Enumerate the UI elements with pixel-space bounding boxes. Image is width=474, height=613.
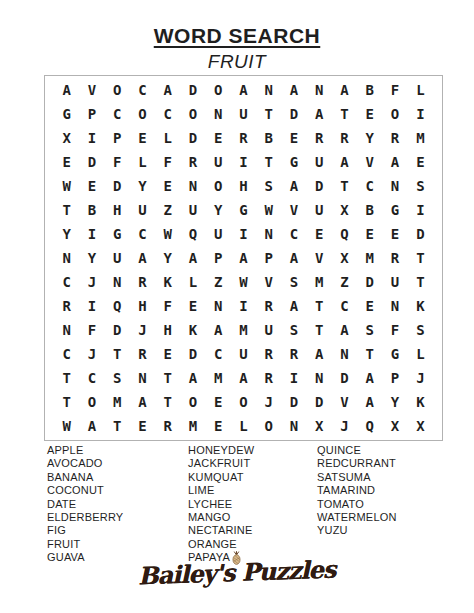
word-list-item: LIME — [188, 484, 254, 497]
grid-cell: D — [408, 222, 433, 246]
grid-cell: A — [332, 318, 357, 342]
word-list-column-2: HONEYDEWJACKFRUITKUMQUATLIMELYCHEEMANGON… — [188, 444, 254, 565]
grid-cell: X — [382, 414, 407, 438]
grid-cell: B — [357, 198, 382, 222]
grid-cell: U — [180, 198, 205, 222]
grid-cell: A — [180, 246, 205, 270]
grid-cell: D — [307, 174, 332, 198]
grid-cell: M — [357, 246, 382, 270]
grid-cell: A — [231, 366, 256, 390]
grid-cell: Q — [357, 414, 382, 438]
grid-cell: N — [307, 366, 332, 390]
grid-cell: J — [79, 270, 104, 294]
grid-cell: Z — [155, 198, 180, 222]
grid-cell: A — [130, 390, 155, 414]
word-list-item: MANGO — [188, 511, 254, 524]
grid-cell: R — [54, 294, 79, 318]
pineapple-icon — [231, 551, 242, 565]
grid-cell: A — [231, 246, 256, 270]
word-list-item: KUMQUAT — [188, 471, 254, 484]
grid-cell: F — [155, 150, 180, 174]
grid-cell: V — [357, 150, 382, 174]
grid-cell: X — [408, 414, 433, 438]
grid-cell: G — [281, 150, 306, 174]
grid-cell: O — [231, 390, 256, 414]
grid-cell: S — [408, 174, 433, 198]
grid-cell: E — [357, 222, 382, 246]
grid-cell: V — [307, 246, 332, 270]
grid-cell: I — [231, 222, 256, 246]
grid-cell: B — [79, 198, 104, 222]
grid-cell: A — [155, 78, 180, 102]
grid-cell: L — [155, 126, 180, 150]
grid-cell: T — [54, 390, 79, 414]
grid-cell: C — [357, 174, 382, 198]
puzzle-theme: FRUIT — [0, 51, 474, 73]
grid-cell: W — [231, 270, 256, 294]
word-list-item: HONEYDEW — [188, 444, 254, 457]
grid-cell: A — [54, 78, 79, 102]
publisher-logo: Bailey's Puzzles — [0, 558, 474, 587]
grid-cell: O — [79, 390, 104, 414]
grid-cell: R — [281, 342, 306, 366]
grid-cell: I — [408, 198, 433, 222]
word-list-item: ELDERBERRY — [47, 511, 123, 524]
grid-cell: N — [382, 174, 407, 198]
grid-cell: W — [54, 414, 79, 438]
grid-cell: X — [54, 126, 79, 150]
grid-cell: N — [332, 342, 357, 366]
grid-cell: M — [180, 414, 205, 438]
grid-cell: O — [180, 390, 205, 414]
word-list-item: COCONUT — [47, 484, 123, 497]
grid-cell: U — [307, 150, 332, 174]
grid-cell: R — [256, 366, 281, 390]
grid-cell: A — [79, 414, 104, 438]
grid-cell: I — [231, 294, 256, 318]
grid-cell: R — [130, 342, 155, 366]
grid-cell: W — [54, 174, 79, 198]
grid-cell: Y — [206, 198, 231, 222]
grid-cell: I — [79, 126, 104, 150]
grid-cell: J — [79, 342, 104, 366]
grid-cell: C — [79, 366, 104, 390]
grid-cell: D — [79, 150, 104, 174]
word-list-item: LYCHEE — [188, 498, 254, 511]
grid-cell: P — [256, 246, 281, 270]
grid-cell: U — [206, 150, 231, 174]
grid-cell: G — [54, 102, 79, 126]
grid-cell: U — [206, 222, 231, 246]
grid-cell: A — [130, 246, 155, 270]
grid-cell: V — [256, 270, 281, 294]
grid-cell: O — [206, 78, 231, 102]
grid-cell: U — [130, 198, 155, 222]
grid-cell: F — [105, 150, 130, 174]
grid-cell: F — [79, 318, 104, 342]
grid-cell: E — [130, 126, 155, 150]
grid-cell: X — [307, 414, 332, 438]
grid-cell: N — [54, 246, 79, 270]
grid-cell: T — [155, 390, 180, 414]
grid-cell: A — [307, 342, 332, 366]
grid-cell: N — [105, 270, 130, 294]
grid-cell: G — [231, 198, 256, 222]
grid-cell: J — [130, 318, 155, 342]
grid-cell: G — [382, 342, 407, 366]
grid-cell: I — [79, 294, 104, 318]
grid-cell: E — [206, 126, 231, 150]
grid-cell: E — [307, 222, 332, 246]
grid-cell: D — [357, 270, 382, 294]
grid-cell: T — [307, 294, 332, 318]
grid-cell: C — [105, 102, 130, 126]
grid-cell: R — [307, 126, 332, 150]
grid-cell: T — [54, 198, 79, 222]
grid-cell: N — [307, 78, 332, 102]
grid-cell: C — [281, 222, 306, 246]
grid-cell: L — [231, 414, 256, 438]
word-list-item: REDCURRANT — [317, 457, 397, 470]
word-list-item: SATSUMA — [317, 471, 397, 484]
grid-cell: S — [105, 366, 130, 390]
grid-cell: M — [408, 126, 433, 150]
word-list-item: JACKFRUIT — [188, 457, 254, 470]
word-list-item: TOMATO — [317, 498, 397, 511]
grid-cell: G — [382, 198, 407, 222]
grid-cell: M — [307, 270, 332, 294]
grid-cell: Y — [357, 126, 382, 150]
grid-cell: R — [382, 126, 407, 150]
grid-cell: Y — [54, 222, 79, 246]
grid-cell: R — [231, 126, 256, 150]
grid-cell: H — [105, 198, 130, 222]
grid-cell: R — [130, 270, 155, 294]
grid-cell: T — [332, 174, 357, 198]
grid-cell: E — [130, 414, 155, 438]
grid-cell: K — [408, 390, 433, 414]
grid-cell: T — [105, 414, 130, 438]
grid-cell: L — [130, 150, 155, 174]
grid-cell: Q — [332, 222, 357, 246]
grid-cell: A — [231, 78, 256, 102]
grid-cell: E — [155, 342, 180, 366]
grid-cell: V — [332, 390, 357, 414]
word-list-item: FRUIT — [47, 538, 123, 551]
grid-cell: E — [180, 294, 205, 318]
word-list-column-1: APPLEAVOCADOBANANACOCONUTDATEELDERBERRYF… — [47, 444, 123, 565]
word-list-item: AVOCADO — [47, 457, 123, 470]
word-search-grid: AVOCADOANANABFLGPCOCONUTDATEOIXIPELDERBE… — [44, 75, 443, 441]
grid-cell: E — [357, 294, 382, 318]
grid-cell: T — [408, 246, 433, 270]
grid-cell: T — [357, 342, 382, 366]
grid-cell: K — [408, 294, 433, 318]
grid-cell: E — [79, 174, 104, 198]
grid-cell: T — [307, 318, 332, 342]
grid-cell: A — [180, 366, 205, 390]
grid-cell: I — [408, 102, 433, 126]
grid-cell: R — [332, 126, 357, 150]
grid-cell: C — [130, 78, 155, 102]
grid-cell: R — [256, 342, 281, 366]
grid-cell: N — [256, 222, 281, 246]
page-title: WORD SEARCH — [0, 24, 474, 48]
grid-cell: Z — [332, 270, 357, 294]
grid-cell: T — [256, 102, 281, 126]
grid-cell: P — [105, 126, 130, 150]
grid-cell: K — [155, 270, 180, 294]
grid-cell: U — [382, 270, 407, 294]
grid-cell: U — [231, 342, 256, 366]
grid-cell: E — [206, 414, 231, 438]
grid-cell: A — [332, 78, 357, 102]
grid-cell: M — [105, 390, 130, 414]
grid-cell: T — [256, 150, 281, 174]
grid-cell: T — [408, 270, 433, 294]
word-list-item: QUINCE — [317, 444, 397, 457]
grid-cell: A — [332, 150, 357, 174]
grid-cell: C — [54, 342, 79, 366]
grid-cell: D — [281, 390, 306, 414]
grid-cell: E — [155, 174, 180, 198]
grid-cell: C — [206, 342, 231, 366]
grid-cell: Q — [180, 222, 205, 246]
grid-cell: Y — [130, 174, 155, 198]
grid-cell: M — [206, 366, 231, 390]
grid-cell: V — [79, 78, 104, 102]
grid-cell: T — [105, 342, 130, 366]
grid-cell: W — [256, 198, 281, 222]
grid-cell: P — [382, 366, 407, 390]
word-list-item: TAMARIND — [317, 484, 397, 497]
grid-cell: B — [357, 78, 382, 102]
grid-cell: H — [130, 294, 155, 318]
grid-cell: N — [281, 414, 306, 438]
grid-cell: D — [105, 174, 130, 198]
word-list-item: DATE — [47, 498, 123, 511]
grid-cell: U — [256, 318, 281, 342]
grid-cell: S — [281, 270, 306, 294]
grid-cell: Q — [105, 294, 130, 318]
grid-cell: S — [357, 318, 382, 342]
grid-cell: H — [155, 318, 180, 342]
grid-cell: R — [180, 150, 205, 174]
grid-cell: C — [155, 102, 180, 126]
grid-cell: O — [382, 102, 407, 126]
grid-cell: L — [408, 342, 433, 366]
grid-cell: E — [206, 390, 231, 414]
grid-cell: T — [54, 366, 79, 390]
grid-cell: N — [130, 366, 155, 390]
grid-cell: C — [130, 222, 155, 246]
grid-cell: R — [155, 414, 180, 438]
grid-cell: D — [180, 78, 205, 102]
grid-cell: J — [256, 390, 281, 414]
grid-cell: C — [332, 294, 357, 318]
grid-cell: Z — [206, 270, 231, 294]
grid-cell: P — [206, 246, 231, 270]
grid-cell: E — [54, 150, 79, 174]
grid-cell: B — [256, 126, 281, 150]
grid-cell: A — [357, 366, 382, 390]
grid-cell: E — [408, 150, 433, 174]
word-list-item: APPLE — [47, 444, 123, 457]
grid-cell: D — [105, 318, 130, 342]
word-list-column-3: QUINCEREDCURRANTSATSUMATAMARINDTOMATOWAT… — [317, 444, 397, 538]
grid-cell: A — [206, 318, 231, 342]
grid-cell: L — [180, 270, 205, 294]
grid-cell: A — [307, 102, 332, 126]
grid-cell: W — [155, 222, 180, 246]
grid-cell: K — [180, 318, 205, 342]
grid-cell: P — [79, 102, 104, 126]
grid-cell: E — [382, 222, 407, 246]
grid-cell: F — [382, 78, 407, 102]
grid-cell: H — [231, 174, 256, 198]
grid-cell: M — [231, 318, 256, 342]
grid-cell: X — [332, 198, 357, 222]
grid-cell: U — [231, 102, 256, 126]
grid-cell: G — [105, 222, 130, 246]
grid-cell: I — [281, 366, 306, 390]
grid-cell: D — [180, 342, 205, 366]
grid-cell: E — [281, 126, 306, 150]
grid-cell: T — [155, 366, 180, 390]
grid-cell: N — [256, 78, 281, 102]
word-list-item: BANANA — [47, 471, 123, 484]
grid-cell: A — [281, 294, 306, 318]
grid-cell: O — [256, 414, 281, 438]
grid-cell: I — [79, 222, 104, 246]
grid-cell: O — [130, 102, 155, 126]
grid-cell: N — [382, 294, 407, 318]
grid-cell: C — [54, 270, 79, 294]
grid-cell: D — [180, 126, 205, 150]
grid-cell: F — [382, 318, 407, 342]
grid-cell: S — [408, 318, 433, 342]
grid-cell: Y — [382, 390, 407, 414]
grid-cell: N — [206, 294, 231, 318]
grid-cell: O — [206, 174, 231, 198]
grid-cell: E — [357, 102, 382, 126]
grid-cell: L — [408, 78, 433, 102]
grid-cell: Y — [155, 246, 180, 270]
word-list-item: FIG — [47, 524, 123, 537]
grid-cell: I — [231, 150, 256, 174]
grid-cell: J — [408, 366, 433, 390]
grid-cell: A — [382, 150, 407, 174]
grid-cell: X — [332, 246, 357, 270]
grid-cell: O — [105, 78, 130, 102]
word-list-item: YUZU — [317, 524, 397, 537]
grid-cell: U — [105, 246, 130, 270]
worksheet-page: WORD SEARCH FRUIT AVOCADOANANABFLGPCOCON… — [0, 0, 474, 613]
grid-cell: N — [206, 102, 231, 126]
grid-cell: Y — [79, 246, 104, 270]
grid-cell: R — [382, 246, 407, 270]
grid-cell: D — [307, 390, 332, 414]
grid-cell: S — [256, 174, 281, 198]
grid-cell: N — [54, 318, 79, 342]
grid-cell: U — [307, 198, 332, 222]
grid-cell: V — [281, 198, 306, 222]
grid-cell: A — [281, 78, 306, 102]
grid-cell: A — [281, 174, 306, 198]
grid-cell: A — [357, 390, 382, 414]
grid-cell: A — [281, 246, 306, 270]
grid-cell: O — [180, 102, 205, 126]
grid-cell: S — [281, 318, 306, 342]
word-list-item: NECTARINE — [188, 524, 254, 537]
grid-cell: T — [332, 102, 357, 126]
grid-cell: D — [281, 102, 306, 126]
grid-cell: R — [256, 294, 281, 318]
grid-cell: D — [332, 366, 357, 390]
word-list-item: ORANGE — [188, 538, 254, 551]
grid-cell: F — [155, 294, 180, 318]
grid-cell: N — [180, 174, 205, 198]
grid-cell: J — [332, 414, 357, 438]
word-list-item: WATERMELON — [317, 511, 397, 524]
